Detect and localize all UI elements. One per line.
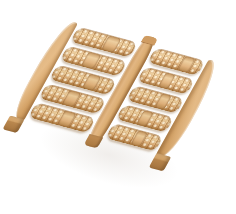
- roller-smooth-band: [178, 56, 196, 72]
- roller-smooth-band: [136, 110, 154, 126]
- roller-smooth-band: [57, 111, 76, 128]
- roller-smooth-band: [102, 36, 121, 53]
- roller-smooth-band: [131, 130, 149, 146]
- product-photo: [0, 0, 236, 214]
- roller-smooth-band: [158, 73, 176, 89]
- roller-smooth-band: [62, 90, 81, 107]
- roller-smooth-band: [154, 93, 172, 109]
- roller-smooth-band: [82, 74, 101, 91]
- roller-smooth-band: [81, 52, 100, 69]
